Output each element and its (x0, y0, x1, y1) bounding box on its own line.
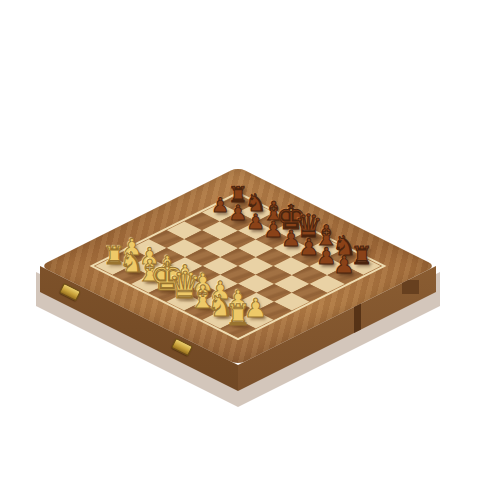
fold-seam (354, 303, 361, 333)
piece-black-pawn-g7[interactable]: ♟ (229, 202, 248, 223)
hinge-rear (59, 283, 81, 301)
piece-white-rook-a1[interactable]: ♜ (225, 301, 251, 330)
edge-joint-patch (402, 280, 419, 294)
product-photo-scene: ♜♞♝♚♛♝♞♜♟♟♟♟♟♟♟♟♟♟♟♟♟♟♟♟♜♞♝♚♛♝♞♜ (0, 0, 480, 480)
piece-black-pawn-a7[interactable]: ♟ (333, 253, 355, 277)
piece-black-pawn-f7[interactable]: ♟ (246, 211, 265, 232)
piece-black-pawn-h7[interactable]: ♟ (211, 195, 229, 215)
